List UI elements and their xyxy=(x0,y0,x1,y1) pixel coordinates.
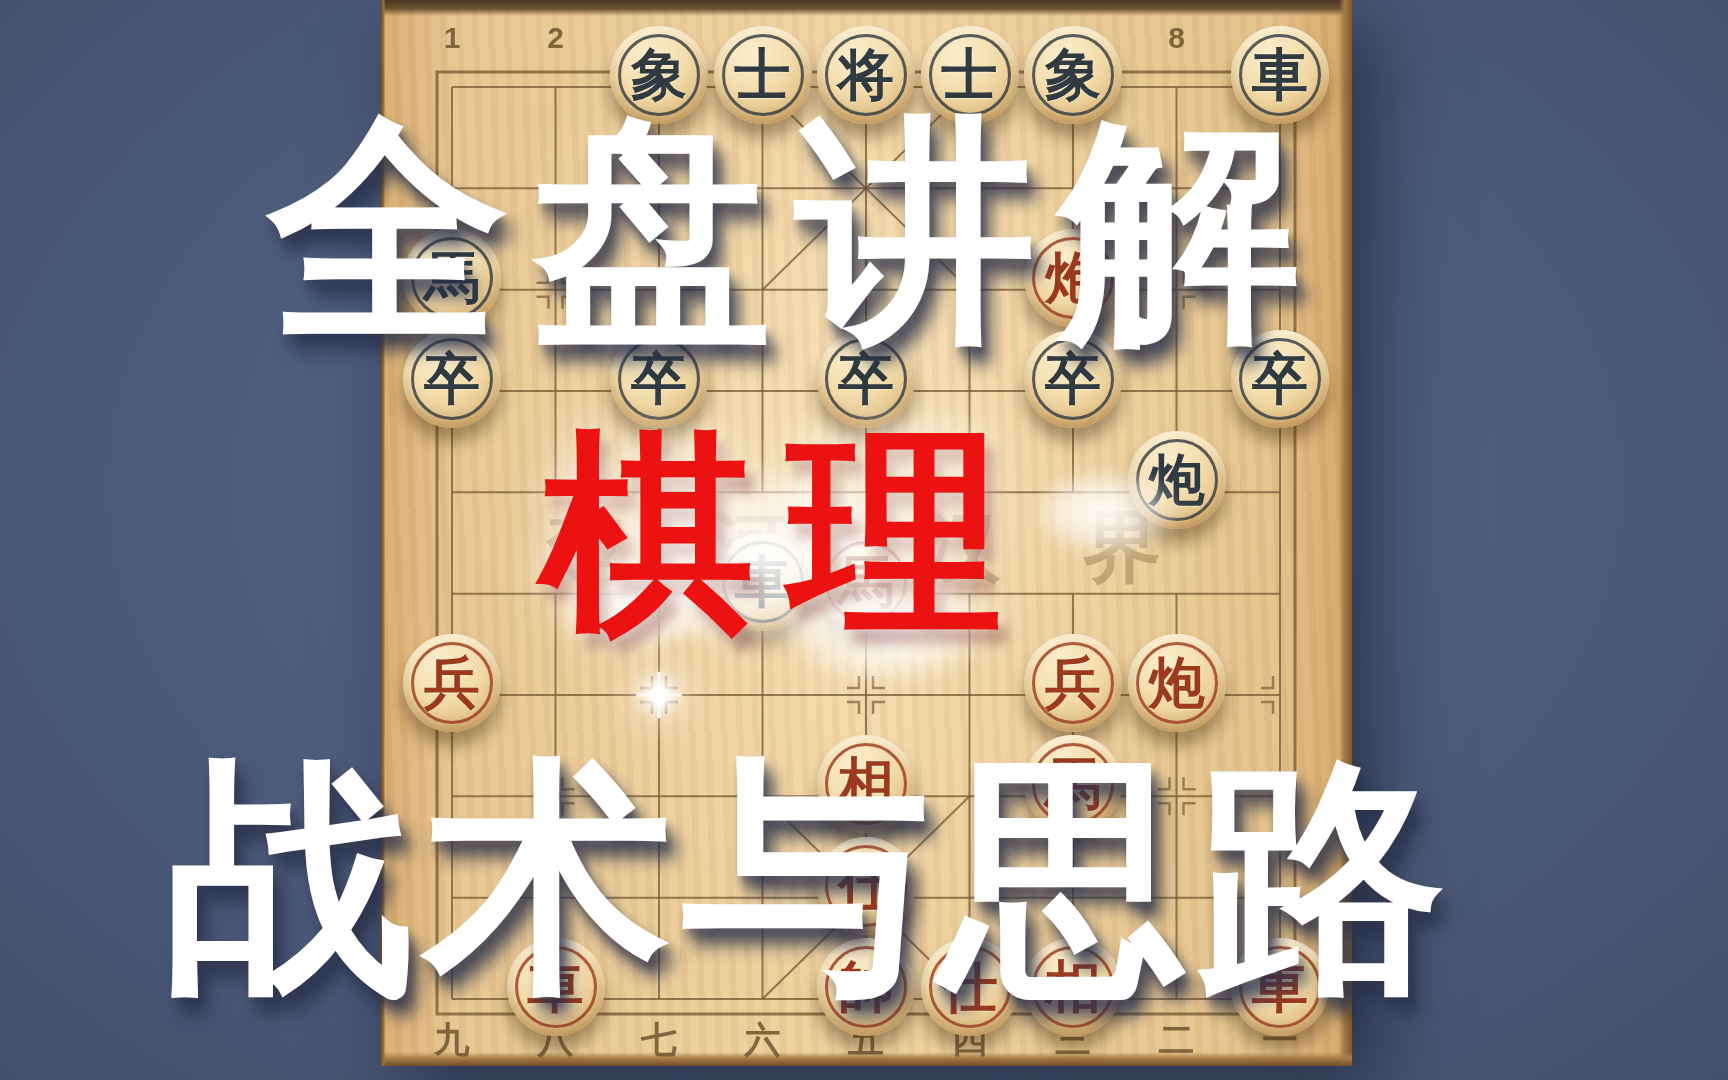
piece-black-卒-file5-rank4[interactable]: 卒 xyxy=(817,330,915,428)
piece-glyph: 炮 xyxy=(1128,634,1226,732)
piece-red-仕-file5-rank9[interactable]: 仕 xyxy=(817,837,915,935)
piece-red-仕-file6-rank10[interactable]: 仕 xyxy=(921,938,1019,1036)
file-label-top-8: 8 xyxy=(1168,21,1185,55)
piece-black-馬-file1-rank3[interactable]: 馬 xyxy=(403,229,501,327)
piece-red-相-file5-rank8[interactable]: 相 xyxy=(817,735,915,833)
piece-glyph: 卒 xyxy=(610,330,708,428)
river-char-3: 汉 xyxy=(923,496,1001,601)
piece-glyph: 象 xyxy=(1024,26,1122,124)
file-label-bottom-4: 六 xyxy=(745,1016,781,1065)
piece-red-炮-file8-rank7[interactable]: 炮 xyxy=(1128,634,1226,732)
piece-glyph: 卒 xyxy=(403,330,501,428)
river-char-1: 楚 xyxy=(546,496,624,601)
thumbnail-stage: 123456789九八七六五四三二一 楚河汉界 象士将士象車馬炮卒卒卒卒卒炮車馬… xyxy=(0,0,1728,1080)
piece-red-馬-file5-rank6[interactable]: 馬 xyxy=(817,533,915,631)
piece-glyph: 帥 xyxy=(817,938,915,1036)
piece-glyph: 士 xyxy=(921,26,1019,124)
piece-glyph: 兵 xyxy=(403,634,501,732)
piece-glyph: 卒 xyxy=(817,330,915,428)
piece-glyph: 馬 xyxy=(1024,735,1122,833)
piece-glyph: 炮 xyxy=(1128,431,1226,529)
piece-black-卒-file7-rank4[interactable]: 卒 xyxy=(1024,330,1122,428)
last-move-indicator xyxy=(650,686,668,704)
piece-glyph: 馬 xyxy=(817,533,915,631)
piece-glyph: 車 xyxy=(1231,938,1329,1036)
file-label-bottom-8: 二 xyxy=(1159,1016,1195,1065)
piece-black-象-file7-rank1[interactable]: 象 xyxy=(1024,26,1122,124)
board-top-edge xyxy=(380,0,1352,16)
piece-red-帥-file5-rank10[interactable]: 帥 xyxy=(817,938,915,1036)
piece-glyph: 士 xyxy=(714,26,812,124)
piece-glyph: 卒 xyxy=(1024,330,1122,428)
piece-black-炮-file8-rank5[interactable]: 炮 xyxy=(1128,431,1226,529)
piece-glyph: 卒 xyxy=(1231,330,1329,428)
piece-black-卒-file1-rank4[interactable]: 卒 xyxy=(403,330,501,428)
piece-glyph: 車 xyxy=(507,938,605,1036)
piece-glyph: 馬 xyxy=(403,229,501,327)
piece-red-車-file2-rank10[interactable]: 車 xyxy=(507,938,605,1036)
piece-glyph: 車 xyxy=(1231,26,1329,124)
piece-black-卒-file3-rank4[interactable]: 卒 xyxy=(610,330,708,428)
piece-black-象-file3-rank1[interactable]: 象 xyxy=(610,26,708,124)
piece-red-相-file7-rank10[interactable]: 相 xyxy=(1024,938,1122,1036)
piece-glyph: 仕 xyxy=(921,938,1019,1036)
piece-glyph: 将 xyxy=(817,26,915,124)
piece-glyph: 相 xyxy=(817,735,915,833)
piece-glyph: 車 xyxy=(714,533,812,631)
file-label-top-1: 1 xyxy=(444,21,461,55)
file-label-bottom-1: 九 xyxy=(434,1016,470,1065)
board-right-edge xyxy=(1339,0,1352,1066)
piece-glyph: 炮 xyxy=(1024,229,1122,327)
file-label-bottom-3: 七 xyxy=(641,1016,677,1065)
piece-black-車-file4-rank6[interactable]: 車 xyxy=(714,533,812,631)
piece-black-卒-file9-rank4[interactable]: 卒 xyxy=(1231,330,1329,428)
piece-red-兵-file1-rank7[interactable]: 兵 xyxy=(403,634,501,732)
piece-black-将-file5-rank1[interactable]: 将 xyxy=(817,26,915,124)
piece-glyph: 相 xyxy=(1024,938,1122,1036)
piece-glyph: 象 xyxy=(610,26,708,124)
piece-glyph: 兵 xyxy=(1024,634,1122,732)
piece-black-士-file6-rank1[interactable]: 士 xyxy=(921,26,1019,124)
piece-black-士-file4-rank1[interactable]: 士 xyxy=(714,26,812,124)
piece-glyph: 仕 xyxy=(817,837,915,935)
piece-red-炮-file7-rank3[interactable]: 炮 xyxy=(1024,229,1122,327)
piece-red-兵-file7-rank7[interactable]: 兵 xyxy=(1024,634,1122,732)
piece-black-車-file9-rank1[interactable]: 車 xyxy=(1231,26,1329,124)
piece-red-車-file9-rank10[interactable]: 車 xyxy=(1231,938,1329,1036)
piece-red-馬-file7-rank8[interactable]: 馬 xyxy=(1024,735,1122,833)
file-label-top-2: 2 xyxy=(547,21,564,55)
board-left-edge xyxy=(380,0,385,1066)
